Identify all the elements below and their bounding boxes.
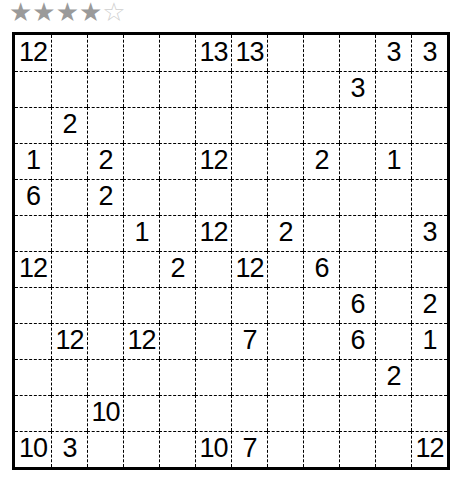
grid-cell-r1c5[interactable] bbox=[159, 35, 195, 71]
grid-cell-r9c3[interactable] bbox=[87, 323, 123, 359]
grid-cell-r8c9[interactable] bbox=[303, 287, 339, 323]
grid-cell-r1c2[interactable] bbox=[51, 35, 87, 71]
grid-cell-r8c2[interactable] bbox=[51, 287, 87, 323]
grid-cell-r9c6[interactable] bbox=[195, 323, 231, 359]
grid-cell-r12c6[interactable]: 10 bbox=[195, 431, 231, 467]
grid-cell-r9c2[interactable]: 12 bbox=[51, 323, 87, 359]
grid-cell-r10c1[interactable] bbox=[15, 359, 51, 395]
grid-cell-r8c5[interactable] bbox=[159, 287, 195, 323]
grid-cell-r11c5[interactable] bbox=[159, 395, 195, 431]
clue-number: 2 bbox=[98, 147, 112, 174]
grid-cell-r7c6[interactable] bbox=[195, 251, 231, 287]
grid-cell-r6c7[interactable] bbox=[231, 215, 267, 251]
grid-cell-r5c6[interactable] bbox=[195, 179, 231, 215]
grid-cell-r3c7[interactable] bbox=[231, 107, 267, 143]
grid-cell-r2c12[interactable] bbox=[411, 71, 447, 107]
grid-cell-r1c11[interactable]: 3 bbox=[375, 35, 411, 71]
grid-cell-r11c10[interactable] bbox=[339, 395, 375, 431]
clue-number: 13 bbox=[235, 39, 263, 66]
grid-cell-r7c1[interactable]: 12 bbox=[15, 251, 51, 287]
grid-cell-r2c1[interactable] bbox=[15, 71, 51, 107]
grid-cell-r7c11[interactable] bbox=[375, 251, 411, 287]
difficulty-rating: ★★★★☆ bbox=[9, 0, 126, 27]
grid-cell-r9c12[interactable]: 1 bbox=[411, 323, 447, 359]
grid-cell-r4c8[interactable] bbox=[267, 143, 303, 179]
clue-number: 3 bbox=[350, 75, 364, 102]
grid-cell-r4c3[interactable]: 2 bbox=[87, 143, 123, 179]
grid-cell-r4c7[interactable] bbox=[231, 143, 267, 179]
grid-cell-r11c12[interactable] bbox=[411, 395, 447, 431]
grid-cell-r3c3[interactable] bbox=[87, 107, 123, 143]
grid-cell-r4c2[interactable] bbox=[51, 143, 87, 179]
grid-cell-r3c5[interactable] bbox=[159, 107, 195, 143]
grid-cell-r3c10[interactable] bbox=[339, 107, 375, 143]
grid-cell-r1c8[interactable] bbox=[267, 35, 303, 71]
grid-cell-r2c11[interactable] bbox=[375, 71, 411, 107]
star-filled-icon: ★ bbox=[56, 0, 79, 27]
clue-number: 12 bbox=[55, 327, 83, 354]
clue-number: 12 bbox=[127, 327, 155, 354]
clue-number: 6 bbox=[314, 255, 328, 282]
grid-cell-r10c11[interactable]: 2 bbox=[375, 359, 411, 395]
grid-cell-r7c7[interactable]: 12 bbox=[231, 251, 267, 287]
clue-number: 6 bbox=[350, 327, 364, 354]
grid-cell-r11c8[interactable] bbox=[267, 395, 303, 431]
star-filled-icon: ★ bbox=[79, 0, 102, 27]
clue-number: 3 bbox=[422, 39, 436, 66]
grid-cell-r3c6[interactable] bbox=[195, 107, 231, 143]
grid-cell-r10c2[interactable] bbox=[51, 359, 87, 395]
grid-cell-r11c1[interactable] bbox=[15, 395, 51, 431]
clue-number: 3 bbox=[386, 39, 400, 66]
clue-number: 7 bbox=[242, 435, 256, 462]
grid-cell-r9c5[interactable] bbox=[159, 323, 195, 359]
grid-cell-r7c2[interactable] bbox=[51, 251, 87, 287]
grid-cell-r7c8[interactable] bbox=[267, 251, 303, 287]
grid-cell-r10c3[interactable] bbox=[87, 359, 123, 395]
grid-cell-r2c3[interactable] bbox=[87, 71, 123, 107]
clue-number: 6 bbox=[350, 291, 364, 318]
grid-cell-r6c10[interactable] bbox=[339, 215, 375, 251]
grid-cell-r10c10[interactable] bbox=[339, 359, 375, 395]
grid-cell-r5c8[interactable] bbox=[267, 179, 303, 215]
grid-cell-r6c6[interactable]: 12 bbox=[195, 215, 231, 251]
grid-cell-r5c9[interactable] bbox=[303, 179, 339, 215]
grid-cell-r10c8[interactable] bbox=[267, 359, 303, 395]
clue-number: 12 bbox=[19, 39, 47, 66]
grid-cell-r5c3[interactable]: 2 bbox=[87, 179, 123, 215]
grid-cell-r3c2[interactable]: 2 bbox=[51, 107, 87, 143]
clue-number: 10 bbox=[199, 435, 227, 462]
grid-cell-r6c2[interactable] bbox=[51, 215, 87, 251]
grid-cell-r8c1[interactable] bbox=[15, 287, 51, 323]
grid-cell-r1c6[interactable]: 13 bbox=[195, 35, 231, 71]
clue-number: 1 bbox=[386, 147, 400, 174]
grid-cell-r12c3[interactable] bbox=[87, 431, 123, 467]
clue-number: 2 bbox=[314, 147, 328, 174]
grid-cell-r3c8[interactable] bbox=[267, 107, 303, 143]
puzzle-board: 1213133332121221621122312212662121276121… bbox=[12, 32, 450, 470]
grid-cell-r2c9[interactable] bbox=[303, 71, 339, 107]
grid-cell-r8c12[interactable]: 2 bbox=[411, 287, 447, 323]
grid-cell-r9c1[interactable] bbox=[15, 323, 51, 359]
grid-cell-r6c11[interactable] bbox=[375, 215, 411, 251]
grid-cell-r12c5[interactable] bbox=[159, 431, 195, 467]
clue-number: 12 bbox=[19, 255, 47, 282]
grid-cell-r12c9[interactable] bbox=[303, 431, 339, 467]
grid-cell-r6c4[interactable]: 1 bbox=[123, 215, 159, 251]
grid-cell-r6c9[interactable] bbox=[303, 215, 339, 251]
clue-number: 3 bbox=[422, 219, 436, 246]
clue-number: 12 bbox=[235, 255, 263, 282]
grid-cell-r9c10[interactable]: 6 bbox=[339, 323, 375, 359]
clue-number: 6 bbox=[26, 183, 40, 210]
grid-cell-r1c9[interactable] bbox=[303, 35, 339, 71]
grid-cell-r8c4[interactable] bbox=[123, 287, 159, 323]
grid-cell-r2c7[interactable] bbox=[231, 71, 267, 107]
clue-number: 10 bbox=[19, 435, 47, 462]
grid-cell-r2c5[interactable] bbox=[159, 71, 195, 107]
clue-number: 3 bbox=[62, 435, 76, 462]
grid-cell-r8c7[interactable] bbox=[231, 287, 267, 323]
grid-cell-r9c7[interactable]: 7 bbox=[231, 323, 267, 359]
clue-number: 1 bbox=[26, 147, 40, 174]
grid-cell-r12c12[interactable]: 12 bbox=[411, 431, 447, 467]
star-empty-icon: ☆ bbox=[102, 0, 125, 27]
grid-cell-r12c7[interactable]: 7 bbox=[231, 431, 267, 467]
star-filled-icon: ★ bbox=[32, 0, 55, 27]
grid-cell-r7c9[interactable]: 6 bbox=[303, 251, 339, 287]
grid-cell-r7c3[interactable] bbox=[87, 251, 123, 287]
clue-number: 12 bbox=[199, 147, 227, 174]
grid-cell-r10c7[interactable] bbox=[231, 359, 267, 395]
grid-cell-r10c9[interactable] bbox=[303, 359, 339, 395]
grid-cell-r4c4[interactable] bbox=[123, 143, 159, 179]
grid-cell-r6c8[interactable]: 2 bbox=[267, 215, 303, 251]
grid-cell-r9c11[interactable] bbox=[375, 323, 411, 359]
grid-cell-r5c2[interactable] bbox=[51, 179, 87, 215]
grid-cell-r5c10[interactable] bbox=[339, 179, 375, 215]
clue-number: 7 bbox=[242, 327, 256, 354]
grid-cell-r5c1[interactable]: 6 bbox=[15, 179, 51, 215]
grid-cell-r3c11[interactable] bbox=[375, 107, 411, 143]
grid-cell-r10c4[interactable] bbox=[123, 359, 159, 395]
grid-cell-r1c3[interactable] bbox=[87, 35, 123, 71]
grid-cell-r7c4[interactable] bbox=[123, 251, 159, 287]
grid-cell-r10c5[interactable] bbox=[159, 359, 195, 395]
clue-number: 2 bbox=[98, 183, 112, 210]
grid-cell-r2c2[interactable] bbox=[51, 71, 87, 107]
grid-cell-r5c5[interactable] bbox=[159, 179, 195, 215]
grid-cell-r12c2[interactable]: 3 bbox=[51, 431, 87, 467]
grid-cell-r8c3[interactable] bbox=[87, 287, 123, 323]
grid-cell-r12c1[interactable]: 10 bbox=[15, 431, 51, 467]
grid-cell-r6c3[interactable] bbox=[87, 215, 123, 251]
grid-cell-r1c10[interactable] bbox=[339, 35, 375, 71]
grid-cell-r7c5[interactable]: 2 bbox=[159, 251, 195, 287]
clue-number: 2 bbox=[62, 111, 76, 138]
grid-cell-r7c12[interactable] bbox=[411, 251, 447, 287]
grid-cell-r2c4[interactable] bbox=[123, 71, 159, 107]
grid-cell-r9c8[interactable] bbox=[267, 323, 303, 359]
grid-cell-r4c1[interactable]: 1 bbox=[15, 143, 51, 179]
grid-cell-r1c12[interactable]: 3 bbox=[411, 35, 447, 71]
grid-cell-r3c1[interactable] bbox=[15, 107, 51, 143]
grid-cell-r1c7[interactable]: 13 bbox=[231, 35, 267, 71]
grid-cell-r2c6[interactable] bbox=[195, 71, 231, 107]
grid-cell-r7c10[interactable] bbox=[339, 251, 375, 287]
grid-cell-r11c11[interactable] bbox=[375, 395, 411, 431]
grid-cell-r11c4[interactable] bbox=[123, 395, 159, 431]
grid-cell-r10c6[interactable] bbox=[195, 359, 231, 395]
clue-number: 2 bbox=[278, 219, 292, 246]
grid-cell-r2c10[interactable]: 3 bbox=[339, 71, 375, 107]
grid-cell-r12c10[interactable] bbox=[339, 431, 375, 467]
grid-cell-r5c4[interactable] bbox=[123, 179, 159, 215]
grid-cell-r8c10[interactable]: 6 bbox=[339, 287, 375, 323]
grid-cell-r12c8[interactable] bbox=[267, 431, 303, 467]
grid-cell-r1c1[interactable]: 12 bbox=[15, 35, 51, 71]
clue-number: 13 bbox=[199, 39, 227, 66]
clue-number: 10 bbox=[91, 399, 119, 426]
grid-cell-r9c9[interactable] bbox=[303, 323, 339, 359]
grid-cell-r3c9[interactable] bbox=[303, 107, 339, 143]
grid-cell-r6c5[interactable] bbox=[159, 215, 195, 251]
grid-cell-r11c3[interactable]: 10 bbox=[87, 395, 123, 431]
grid-cell-r3c12[interactable] bbox=[411, 107, 447, 143]
grid-cell-r4c5[interactable] bbox=[159, 143, 195, 179]
grid-cell-r8c8[interactable] bbox=[267, 287, 303, 323]
grid-cell-r4c6[interactable]: 12 bbox=[195, 143, 231, 179]
grid-cell-r6c12[interactable]: 3 bbox=[411, 215, 447, 251]
grid-cell-r12c4[interactable] bbox=[123, 431, 159, 467]
grid-cell-r8c6[interactable] bbox=[195, 287, 231, 323]
clue-number: 1 bbox=[134, 219, 148, 246]
grid-cell-r4c9[interactable]: 2 bbox=[303, 143, 339, 179]
grid-cell-r11c6[interactable] bbox=[195, 395, 231, 431]
grid-cell-r3c4[interactable] bbox=[123, 107, 159, 143]
grid-cell-r11c7[interactable] bbox=[231, 395, 267, 431]
grid-cell-r5c7[interactable] bbox=[231, 179, 267, 215]
grid-cell-r2c8[interactable] bbox=[267, 71, 303, 107]
grid-cell-r8c11[interactable] bbox=[375, 287, 411, 323]
grid-cell-r4c12[interactable] bbox=[411, 143, 447, 179]
grid-cell-r4c11[interactable]: 1 bbox=[375, 143, 411, 179]
grid-cell-r1c4[interactable] bbox=[123, 35, 159, 71]
grid-cell-r5c12[interactable] bbox=[411, 179, 447, 215]
star-filled-icon: ★ bbox=[9, 0, 32, 27]
puzzle-page: ★★★★☆ 1213133332121221621122312212662121… bbox=[0, 0, 462, 480]
clue-number: 12 bbox=[199, 219, 227, 246]
grid-cell-r10c12[interactable] bbox=[411, 359, 447, 395]
grid-cell-r12c11[interactable] bbox=[375, 431, 411, 467]
clue-number: 1 bbox=[422, 327, 436, 354]
grid-cell-r9c4[interactable]: 12 bbox=[123, 323, 159, 359]
grid-cell-r11c9[interactable] bbox=[303, 395, 339, 431]
grid-cell-r4c10[interactable] bbox=[339, 143, 375, 179]
grid-cell-r5c11[interactable] bbox=[375, 179, 411, 215]
grid-cell-r11c2[interactable] bbox=[51, 395, 87, 431]
grid-cell-r6c1[interactable] bbox=[15, 215, 51, 251]
clue-number: 2 bbox=[170, 255, 184, 282]
clue-number: 2 bbox=[422, 291, 436, 318]
clue-number: 12 bbox=[415, 435, 443, 462]
clue-number: 2 bbox=[386, 363, 400, 390]
